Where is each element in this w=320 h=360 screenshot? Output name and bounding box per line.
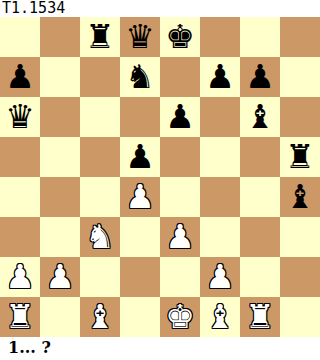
square-f8[interactable] xyxy=(200,17,240,57)
black-bishop[interactable]: ♝ xyxy=(280,177,320,217)
black-pawn[interactable]: ♟ xyxy=(120,137,160,177)
chess-board: ♜♛♚♟♞♟♟♛♟♝♟♜♟♝♞♟♟♟♟♜♝♚♝♜ xyxy=(0,17,320,337)
square-a1[interactable]: ♜ xyxy=(0,297,40,337)
square-c3[interactable]: ♞ xyxy=(80,217,120,257)
black-queen[interactable]: ♛ xyxy=(0,97,40,137)
black-pawn[interactable]: ♟ xyxy=(240,57,280,97)
white-pawn[interactable]: ♟ xyxy=(40,257,80,297)
square-f3[interactable] xyxy=(200,217,240,257)
square-h1[interactable] xyxy=(280,297,320,337)
black-bishop[interactable]: ♝ xyxy=(240,97,280,137)
square-a2[interactable]: ♟ xyxy=(0,257,40,297)
square-g8[interactable] xyxy=(240,17,280,57)
black-rook[interactable]: ♜ xyxy=(280,137,320,177)
puzzle-title: T1.1534 xyxy=(0,0,320,17)
square-f5[interactable] xyxy=(200,137,240,177)
square-f4[interactable] xyxy=(200,177,240,217)
square-b2[interactable]: ♟ xyxy=(40,257,80,297)
square-f1[interactable]: ♝ xyxy=(200,297,240,337)
white-bishop[interactable]: ♝ xyxy=(80,297,120,337)
square-e3[interactable]: ♟ xyxy=(160,217,200,257)
square-g4[interactable] xyxy=(240,177,280,217)
white-knight[interactable]: ♞ xyxy=(80,217,120,257)
square-f7[interactable]: ♟ xyxy=(200,57,240,97)
square-e8[interactable]: ♚ xyxy=(160,17,200,57)
square-h4[interactable]: ♝ xyxy=(280,177,320,217)
square-d6[interactable] xyxy=(120,97,160,137)
white-bishop[interactable]: ♝ xyxy=(200,297,240,337)
square-d7[interactable]: ♞ xyxy=(120,57,160,97)
square-b8[interactable] xyxy=(40,17,80,57)
black-pawn[interactable]: ♟ xyxy=(160,97,200,137)
square-e4[interactable] xyxy=(160,177,200,217)
white-king[interactable]: ♚ xyxy=(160,297,200,337)
square-h7[interactable] xyxy=(280,57,320,97)
white-pawn[interactable]: ♟ xyxy=(160,217,200,257)
square-f2[interactable]: ♟ xyxy=(200,257,240,297)
square-d3[interactable] xyxy=(120,217,160,257)
square-c6[interactable] xyxy=(80,97,120,137)
square-a5[interactable] xyxy=(0,137,40,177)
white-pawn[interactable]: ♟ xyxy=(0,257,40,297)
square-g6[interactable]: ♝ xyxy=(240,97,280,137)
square-b6[interactable] xyxy=(40,97,80,137)
square-a7[interactable]: ♟ xyxy=(0,57,40,97)
square-b4[interactable] xyxy=(40,177,80,217)
square-b5[interactable] xyxy=(40,137,80,177)
square-g5[interactable] xyxy=(240,137,280,177)
square-d1[interactable] xyxy=(120,297,160,337)
white-pawn[interactable]: ♟ xyxy=(120,177,160,217)
white-rook[interactable]: ♜ xyxy=(0,297,40,337)
square-g7[interactable]: ♟ xyxy=(240,57,280,97)
chess-puzzle-app: T1.1534 ♜♛♚♟♞♟♟♛♟♝♟♜♟♝♞♟♟♟♟♜♝♚♝♜ 1... ? xyxy=(0,0,320,360)
square-a3[interactable] xyxy=(0,217,40,257)
white-pawn[interactable]: ♟ xyxy=(200,257,240,297)
square-a4[interactable] xyxy=(0,177,40,217)
square-d4[interactable]: ♟ xyxy=(120,177,160,217)
white-rook[interactable]: ♜ xyxy=(240,297,280,337)
square-b1[interactable] xyxy=(40,297,80,337)
square-g1[interactable]: ♜ xyxy=(240,297,280,337)
square-e1[interactable]: ♚ xyxy=(160,297,200,337)
square-d5[interactable]: ♟ xyxy=(120,137,160,177)
square-f6[interactable] xyxy=(200,97,240,137)
black-king[interactable]: ♚ xyxy=(160,17,200,57)
square-c7[interactable] xyxy=(80,57,120,97)
square-b7[interactable] xyxy=(40,57,80,97)
square-c5[interactable] xyxy=(80,137,120,177)
move-prompt: 1... ? xyxy=(0,337,320,360)
square-a8[interactable] xyxy=(0,17,40,57)
square-c2[interactable] xyxy=(80,257,120,297)
black-queen[interactable]: ♛ xyxy=(120,17,160,57)
square-h3[interactable] xyxy=(280,217,320,257)
square-e7[interactable] xyxy=(160,57,200,97)
square-h6[interactable] xyxy=(280,97,320,137)
square-d2[interactable] xyxy=(120,257,160,297)
square-b3[interactable] xyxy=(40,217,80,257)
square-h8[interactable] xyxy=(280,17,320,57)
square-e2[interactable] xyxy=(160,257,200,297)
square-d8[interactable]: ♛ xyxy=(120,17,160,57)
square-c4[interactable] xyxy=(80,177,120,217)
square-e6[interactable]: ♟ xyxy=(160,97,200,137)
square-c8[interactable]: ♜ xyxy=(80,17,120,57)
square-e5[interactable] xyxy=(160,137,200,177)
square-h5[interactable]: ♜ xyxy=(280,137,320,177)
black-knight[interactable]: ♞ xyxy=(120,57,160,97)
black-rook[interactable]: ♜ xyxy=(80,17,120,57)
square-g3[interactable] xyxy=(240,217,280,257)
black-pawn[interactable]: ♟ xyxy=(0,57,40,97)
square-a6[interactable]: ♛ xyxy=(0,97,40,137)
square-g2[interactable] xyxy=(240,257,280,297)
square-h2[interactable] xyxy=(280,257,320,297)
square-c1[interactable]: ♝ xyxy=(80,297,120,337)
black-pawn[interactable]: ♟ xyxy=(200,57,240,97)
